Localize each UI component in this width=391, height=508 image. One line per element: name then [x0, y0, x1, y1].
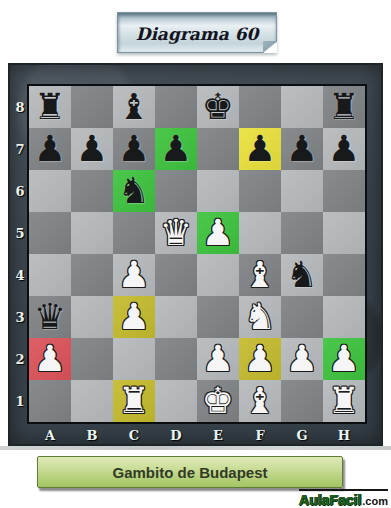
white-queen: ♛: [160, 212, 192, 254]
square-h2: ♟: [323, 338, 365, 380]
square-h3: [323, 296, 365, 338]
white-pawn: ♟: [202, 338, 234, 380]
square-d1: [155, 380, 197, 422]
white-bishop: ♝: [244, 254, 276, 296]
rank-label-8: 8: [13, 86, 27, 128]
white-pawn: ♟: [118, 296, 150, 338]
square-f6: [239, 170, 281, 212]
square-f3: ♞: [239, 296, 281, 338]
square-c4: ♟: [113, 254, 155, 296]
rank-labels: 87654321: [13, 84, 27, 424]
file-label-g: G: [281, 426, 323, 446]
square-a1: [29, 380, 71, 422]
square-e3: [197, 296, 239, 338]
square-b1: [71, 380, 113, 422]
branding-tld: .com: [362, 495, 388, 507]
square-d3: [155, 296, 197, 338]
square-e6: [197, 170, 239, 212]
square-e2: ♟: [197, 338, 239, 380]
square-g4: ♞: [281, 254, 323, 296]
black-pawn: ♟: [34, 128, 66, 170]
rank-label-3: 3: [13, 296, 27, 338]
square-d7: ♟: [155, 128, 197, 170]
square-g2: ♟: [281, 338, 323, 380]
file-label-d: D: [155, 426, 197, 446]
square-e4: [197, 254, 239, 296]
file-label-c: C: [113, 426, 155, 446]
square-d8: [155, 86, 197, 128]
square-b4: [71, 254, 113, 296]
black-pawn: ♟: [76, 128, 108, 170]
rank-label-2: 2: [13, 338, 27, 380]
file-label-e: E: [197, 426, 239, 446]
square-c5: [113, 212, 155, 254]
black-pawn: ♟: [286, 128, 318, 170]
rank-label-5: 5: [13, 212, 27, 254]
square-b7: ♟: [71, 128, 113, 170]
black-king: ♚: [202, 86, 234, 128]
square-e1: ♚: [197, 380, 239, 422]
square-a3: ♛: [29, 296, 71, 338]
white-pawn: ♟: [244, 338, 276, 380]
square-g8: [281, 86, 323, 128]
square-a8: ♜: [29, 86, 71, 128]
square-e5: ♟: [197, 212, 239, 254]
square-h1: ♜: [323, 380, 365, 422]
rank-label-7: 7: [13, 128, 27, 170]
white-knight: ♞: [244, 296, 276, 338]
square-c8: ♝: [113, 86, 155, 128]
square-b8: [71, 86, 113, 128]
square-a2: ♟: [29, 338, 71, 380]
file-label-b: B: [71, 426, 113, 446]
caption-text: Gambito de Budapest: [112, 464, 267, 481]
square-a6: [29, 170, 71, 212]
rank-label-1: 1: [13, 380, 27, 422]
black-pawn: ♟: [244, 128, 276, 170]
black-pawn: ♟: [118, 128, 150, 170]
square-c7: ♟: [113, 128, 155, 170]
square-c3: ♟: [113, 296, 155, 338]
square-f7: ♟: [239, 128, 281, 170]
square-e7: [197, 128, 239, 170]
diagram-page: Diagrama 60 87654321 ♜♝♚♜♟♟♟♟♟♟♟♞♛♟♟♝♞♛♟…: [0, 0, 391, 508]
square-h8: ♜: [323, 86, 365, 128]
square-c6: ♞: [113, 170, 155, 212]
white-pawn: ♟: [118, 254, 150, 296]
rank-label-6: 6: [13, 170, 27, 212]
square-c1: ♜: [113, 380, 155, 422]
chess-board-frame: 87654321 ♜♝♚♜♟♟♟♟♟♟♟♞♛♟♟♝♞♛♟♞♟♟♟♟♟♜♚♝♜ A…: [8, 63, 383, 446]
black-bishop: ♝: [118, 86, 150, 128]
white-bishop: ♝: [244, 380, 276, 422]
rank-label-4: 4: [13, 254, 27, 296]
white-pawn: ♟: [34, 338, 66, 380]
square-g7: ♟: [281, 128, 323, 170]
square-g1: [281, 380, 323, 422]
white-rook: ♜: [118, 380, 150, 422]
square-d2: [155, 338, 197, 380]
square-f5: [239, 212, 281, 254]
chess-board: ♜♝♚♜♟♟♟♟♟♟♟♞♛♟♟♝♞♛♟♞♟♟♟♟♟♜♚♝♜: [27, 84, 367, 424]
square-d4: [155, 254, 197, 296]
square-b5: [71, 212, 113, 254]
black-rook: ♜: [328, 86, 360, 128]
board-bottom-edge: [0, 446, 391, 450]
square-h5: [323, 212, 365, 254]
square-b6: [71, 170, 113, 212]
square-h7: ♟: [323, 128, 365, 170]
black-knight: ♞: [286, 254, 318, 296]
branding-site-name: AulaFacil: [299, 492, 361, 508]
black-queen: ♛: [34, 296, 66, 338]
white-pawn: ♟: [202, 212, 234, 254]
file-labels: ABCDEFGH: [29, 426, 365, 446]
square-a5: [29, 212, 71, 254]
square-a4: [29, 254, 71, 296]
caption-bar: Gambito de Budapest: [37, 456, 343, 488]
black-rook: ♜: [34, 86, 66, 128]
square-g3: [281, 296, 323, 338]
square-f8: [239, 86, 281, 128]
white-king: ♚: [202, 380, 234, 422]
file-label-a: A: [29, 426, 71, 446]
square-f1: ♝: [239, 380, 281, 422]
black-pawn: ♟: [160, 128, 192, 170]
file-label-f: F: [239, 426, 281, 446]
white-pawn: ♟: [286, 338, 318, 380]
black-pawn: ♟: [328, 128, 360, 170]
white-pawn: ♟: [328, 338, 360, 380]
square-b3: [71, 296, 113, 338]
square-h6: [323, 170, 365, 212]
square-c2: [113, 338, 155, 380]
square-g6: [281, 170, 323, 212]
square-f2: ♟: [239, 338, 281, 380]
site-branding: AulaFacil .com: [299, 489, 388, 508]
square-a7: ♟: [29, 128, 71, 170]
white-rook: ♜: [328, 380, 360, 422]
square-e8: ♚: [197, 86, 239, 128]
file-label-h: H: [323, 426, 365, 446]
square-d5: ♛: [155, 212, 197, 254]
square-g5: [281, 212, 323, 254]
square-f4: ♝: [239, 254, 281, 296]
square-h4: [323, 254, 365, 296]
diagram-title-plaque: Diagrama 60: [117, 12, 277, 53]
square-d6: [155, 170, 197, 212]
black-knight: ♞: [118, 170, 150, 212]
diagram-title: Diagrama 60: [117, 12, 277, 53]
square-b2: [71, 338, 113, 380]
